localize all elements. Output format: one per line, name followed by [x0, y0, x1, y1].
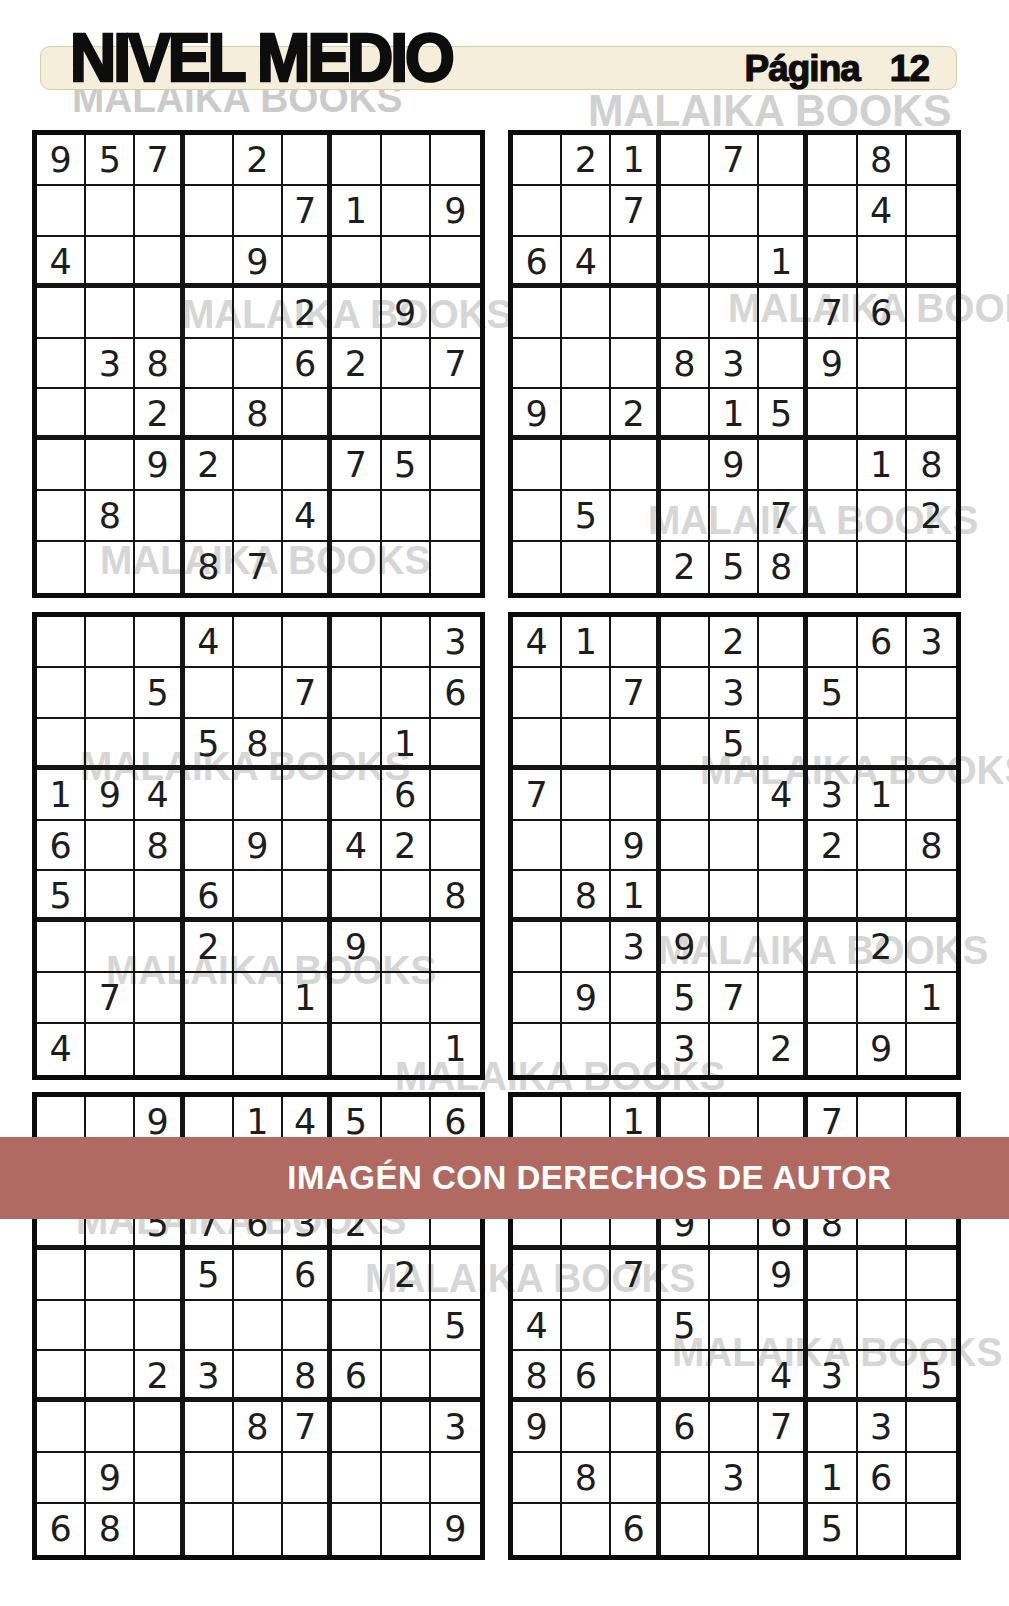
- sudoku-cell-r7c5: [710, 1402, 759, 1453]
- sudoku-cell-r5c3: [611, 1301, 660, 1352]
- sudoku-cell-r7c1: [37, 440, 86, 491]
- sudoku-cell-r8c8: 6: [858, 1453, 907, 1504]
- sudoku-cell-r8c4: [661, 1453, 710, 1504]
- sudoku-cell-r9c7: [808, 542, 857, 593]
- sudoku-cell-r2c7: 1: [332, 186, 381, 237]
- sudoku-cell-r3c5: 9: [234, 237, 283, 288]
- sudoku-cell-r6c8: [382, 1351, 431, 1402]
- sudoku-cell-r8c2: 9: [86, 1453, 135, 1504]
- sudoku-cell-r2c1: [513, 186, 562, 237]
- sudoku-cell-r9c8: [382, 542, 431, 593]
- sudoku-cell-r8c2: 9: [562, 973, 611, 1024]
- sudoku-cell-r5c2: [562, 821, 611, 872]
- sudoku-cell-r8c8: [382, 973, 431, 1024]
- sudoku-cell-r1c1: 4: [513, 617, 562, 668]
- sudoku-cell-r6c9: [907, 389, 956, 440]
- sudoku-cell-r9c6: [283, 1504, 332, 1555]
- sudoku-cell-r2c6: [759, 186, 808, 237]
- sudoku-cell-r6c1: 8: [513, 1351, 562, 1402]
- sudoku-cell-r9c3: 6: [611, 1504, 660, 1555]
- sudoku-cell-r6c6: [283, 871, 332, 922]
- sudoku-cell-r7c9: 8: [907, 440, 956, 491]
- sudoku-cell-r2c5: 3: [710, 668, 759, 719]
- sudoku-cell-r8c4: [185, 973, 234, 1024]
- sudoku-cell-r9c2: [562, 542, 611, 593]
- sudoku-cell-r6c7: [808, 871, 857, 922]
- sudoku-cell-r9c2: [86, 1024, 135, 1075]
- sudoku-cell-r2c1: [513, 668, 562, 719]
- sudoku-cell-r4c5: [710, 1250, 759, 1301]
- sudoku-cell-r2c8: [382, 668, 431, 719]
- sudoku-cell-r8c8: [382, 491, 431, 542]
- sudoku-cell-r2c2: [86, 668, 135, 719]
- sudoku-cell-r6c6: [283, 389, 332, 440]
- sudoku-cell-r6c5: [710, 871, 759, 922]
- sudoku-cell-r2c9: 6: [431, 668, 480, 719]
- sudoku-cell-r5c1: [513, 821, 562, 872]
- sudoku-cell-r9c9: [907, 1504, 956, 1555]
- sudoku-cell-r4c7: [808, 1250, 857, 1301]
- sudoku-cell-r8c9: [431, 491, 480, 542]
- sudoku-cell-r6c9: [431, 1351, 480, 1402]
- sudoku-cell-r7c5: 8: [234, 1402, 283, 1453]
- sudoku-cell-r8c9: [907, 1453, 956, 1504]
- sudoku-cell-r2c3: [135, 186, 184, 237]
- sudoku-cell-r6c9: 8: [431, 871, 480, 922]
- sudoku-cell-r3c8: [858, 719, 907, 770]
- sudoku-cell-r8c1: [37, 491, 86, 542]
- sudoku-cell-r9c6: [283, 1024, 332, 1075]
- sudoku-cell-r5c8: [858, 821, 907, 872]
- sudoku-cell-r3c6: [759, 719, 808, 770]
- sudoku-cell-r7c8: 5: [382, 440, 431, 491]
- sudoku-cell-r1c1: 9: [37, 135, 86, 186]
- sudoku-cell-r4c1: [37, 288, 86, 339]
- sudoku-cell-r7c1: [37, 1402, 86, 1453]
- sudoku-cell-r9c4: [185, 1024, 234, 1075]
- sudoku-cell-r3c8: [382, 237, 431, 288]
- sudoku-cell-r6c3: 1: [611, 871, 660, 922]
- sudoku-cell-r6c9: [907, 871, 956, 922]
- sudoku-cell-r9c3: [611, 1024, 660, 1075]
- sudoku-cell-r7c3: [135, 1402, 184, 1453]
- sudoku-cell-r5c7: 2: [808, 821, 857, 872]
- sudoku-cell-r3c7: [808, 719, 857, 770]
- sudoku-cell-r4c2: 9: [86, 770, 135, 821]
- sudoku-cell-r5c7: 4: [332, 821, 381, 872]
- sudoku-cell-r5c1: 6: [37, 821, 86, 872]
- sudoku-cell-r1c3: [611, 617, 660, 668]
- sudoku-cell-r4c7: [332, 1250, 381, 1301]
- sudoku-cell-r5c9: 5: [431, 1301, 480, 1352]
- sudoku-cell-r1c3: 7: [135, 135, 184, 186]
- sudoku-cell-r1c9: [907, 135, 956, 186]
- sudoku-cell-r8c5: [234, 973, 283, 1024]
- sudoku-cell-r6c8: [858, 389, 907, 440]
- sudoku-cell-r9c9: [907, 542, 956, 593]
- sudoku-cell-r9c5: [234, 1024, 283, 1075]
- sudoku-cell-r6c2: [86, 871, 135, 922]
- sudoku-cell-r1c2: 2: [562, 135, 611, 186]
- sudoku-cell-r2c5: [234, 186, 283, 237]
- sudoku-cell-r6c1: 5: [37, 871, 86, 922]
- sudoku-cell-r8c8: [858, 491, 907, 542]
- sudoku-cell-r8c3: [611, 1453, 660, 1504]
- sudoku-cell-r8c2: 8: [86, 491, 135, 542]
- sudoku-cell-r5c7: [332, 1301, 381, 1352]
- sudoku-cell-r5c8: [858, 1301, 907, 1352]
- sudoku-cell-r5c7: 2: [332, 339, 381, 390]
- sudoku-cell-r6c5: [710, 1351, 759, 1402]
- sudoku-cell-r5c3: [611, 339, 660, 390]
- sudoku-cell-r1c2: 1: [562, 617, 611, 668]
- sudoku-cell-r7c9: [907, 922, 956, 973]
- sudoku-cell-r3c4: [185, 237, 234, 288]
- sudoku-cell-r6c6: [759, 871, 808, 922]
- sudoku-cell-r5c8: [382, 339, 431, 390]
- sudoku-cell-r2c6: [759, 668, 808, 719]
- sudoku-cell-r5c3: 9: [611, 821, 660, 872]
- sudoku-cell-r7c6: 7: [283, 1402, 332, 1453]
- sudoku-cell-r7c6: 7: [759, 1402, 808, 1453]
- sudoku-cell-r3c1: 4: [37, 237, 86, 288]
- sudoku-cell-r5c8: [382, 1301, 431, 1352]
- sudoku-cell-r9c8: 9: [858, 1024, 907, 1075]
- sudoku-cell-r7c4: [185, 1402, 234, 1453]
- sudoku-cell-r1c6: [759, 135, 808, 186]
- sudoku-cell-r8c5: [710, 491, 759, 542]
- sudoku-cell-r8c5: [234, 1453, 283, 1504]
- sudoku-cell-r6c1: 9: [513, 389, 562, 440]
- sudoku-cell-r4c5: [234, 1250, 283, 1301]
- watermark-text: MALAIKA BOOKS: [588, 86, 952, 136]
- sudoku-cell-r1c5: 2: [710, 617, 759, 668]
- copyright-banner-text: IMAGÉN CON DERECHOS DE AUTOR: [287, 1159, 891, 1197]
- sudoku-cell-r7c3: [611, 1402, 660, 1453]
- sudoku-cell-r2c6: 7: [283, 186, 332, 237]
- sudoku-cell-r4c7: [332, 288, 381, 339]
- sudoku-cell-r5c9: [907, 339, 956, 390]
- sudoku-cell-r2c3: 7: [611, 186, 660, 237]
- sudoku-cell-r4c6: 4: [759, 770, 808, 821]
- sudoku-cell-r4c6: [759, 288, 808, 339]
- sudoku-cell-r9c6: 8: [759, 542, 808, 593]
- sudoku-cell-r9c5: [234, 1504, 283, 1555]
- sudoku-cell-r3c2: [86, 719, 135, 770]
- sudoku-cell-r4c5: [710, 770, 759, 821]
- sudoku-cell-r2c9: [907, 668, 956, 719]
- sudoku-cell-r1c5: 7: [710, 135, 759, 186]
- sudoku-cell-r6c2: [562, 389, 611, 440]
- sudoku-cell-r2c8: [382, 186, 431, 237]
- sudoku-cell-r7c1: [513, 922, 562, 973]
- sudoku-cell-r9c5: [710, 1024, 759, 1075]
- sudoku-cell-r4c7: 7: [808, 288, 857, 339]
- sudoku-cell-r1c4: [185, 135, 234, 186]
- puzzle-page: NIVEL MEDIO Página 12 957271949293862728…: [0, 0, 1009, 1606]
- sudoku-cell-r9c5: 5: [710, 542, 759, 593]
- sudoku-cell-r9c1: [513, 1024, 562, 1075]
- sudoku-cell-r6c2: [86, 389, 135, 440]
- sudoku-cell-r8c8: [382, 1453, 431, 1504]
- sudoku-cell-r4c6: [283, 770, 332, 821]
- sudoku-cell-r2c3: 5: [135, 668, 184, 719]
- sudoku-cell-r9c4: [661, 1504, 710, 1555]
- sudoku-cell-r5c1: [37, 1301, 86, 1352]
- sudoku-cell-r7c8: 2: [858, 922, 907, 973]
- sudoku-cell-r6c3: 2: [135, 1351, 184, 1402]
- sudoku-cell-r2c7: [332, 668, 381, 719]
- sudoku-cell-r4c7: 3: [808, 770, 857, 821]
- sudoku-cell-r4c5: [234, 770, 283, 821]
- sudoku-cell-r6c5: [234, 1351, 283, 1402]
- sudoku-cell-r6c4: [185, 389, 234, 440]
- page-number: Página 12: [745, 48, 929, 90]
- sudoku-cell-r8c3: [611, 973, 660, 1024]
- sudoku-cell-r2c7: [808, 186, 857, 237]
- sudoku-cell-r4c9: [907, 288, 956, 339]
- sudoku-cell-r5c3: 8: [135, 821, 184, 872]
- sudoku-cell-r3c7: [808, 237, 857, 288]
- page-number-value: 12: [890, 48, 929, 90]
- sudoku-cell-r7c2: [86, 922, 135, 973]
- sudoku-cell-r6c9: [431, 389, 480, 440]
- sudoku-cell-r5c6: [759, 1301, 808, 1352]
- sudoku-cell-r4c1: [513, 1250, 562, 1301]
- sudoku-grid-middle-left: 43576581194668942568297141: [32, 612, 485, 1080]
- sudoku-cell-r1c7: [808, 617, 857, 668]
- sudoku-cell-r5c9: [907, 1301, 956, 1352]
- sudoku-cell-r8c1: [513, 973, 562, 1024]
- sudoku-cell-r6c8: [382, 389, 431, 440]
- sudoku-cell-r2c4: [185, 186, 234, 237]
- sudoku-cell-r7c7: 9: [332, 922, 381, 973]
- sudoku-cell-r4c2: [86, 288, 135, 339]
- sudoku-cell-r7c8: 1: [858, 440, 907, 491]
- sudoku-cell-r7c8: [382, 922, 431, 973]
- sudoku-cell-r5c4: 8: [661, 339, 710, 390]
- sudoku-cell-r3c9: [431, 237, 480, 288]
- sudoku-cell-r7c6: [283, 440, 332, 491]
- sudoku-cell-r4c3: 4: [135, 770, 184, 821]
- sudoku-cell-r1c3: [135, 617, 184, 668]
- sudoku-cell-r2c2: [562, 186, 611, 237]
- sudoku-cell-r8c6: 7: [759, 491, 808, 542]
- sudoku-cell-r4c3: [135, 288, 184, 339]
- sudoku-cell-r5c6: [283, 821, 332, 872]
- sudoku-cell-r7c1: 9: [513, 1402, 562, 1453]
- sudoku-cell-r7c8: 3: [858, 1402, 907, 1453]
- sudoku-cell-r5c6: [283, 1301, 332, 1352]
- sudoku-cell-r4c6: 6: [283, 1250, 332, 1301]
- sudoku-cell-r7c3: 3: [611, 922, 660, 973]
- sudoku-cell-r6c7: [808, 389, 857, 440]
- sudoku-cell-r2c2: [562, 668, 611, 719]
- sudoku-cell-r9c7: 5: [808, 1504, 857, 1555]
- sudoku-cell-r8c4: [185, 1453, 234, 1504]
- sudoku-cell-r1c1: [513, 135, 562, 186]
- sudoku-cell-r4c2: [86, 1250, 135, 1301]
- sudoku-cell-r1c4: [661, 135, 710, 186]
- sudoku-cell-r2c9: [907, 186, 956, 237]
- sudoku-cell-r1c9: 3: [431, 617, 480, 668]
- sudoku-cell-r1c6: [283, 135, 332, 186]
- sudoku-cell-r5c9: 7: [431, 339, 480, 390]
- sudoku-cell-r6c4: [661, 389, 710, 440]
- sudoku-cell-r8c1: [37, 1453, 86, 1504]
- sudoku-cell-r4c8: 2: [382, 1250, 431, 1301]
- sudoku-cell-r5c1: [513, 339, 562, 390]
- sudoku-cell-r9c9: 9: [431, 1504, 480, 1555]
- sudoku-cell-r1c5: [234, 617, 283, 668]
- sudoku-cell-r1c2: 5: [86, 135, 135, 186]
- sudoku-cell-r8c7: [808, 973, 857, 1024]
- sudoku-cell-r7c5: 9: [710, 440, 759, 491]
- sudoku-cell-r9c1: 6: [37, 1504, 86, 1555]
- sudoku-cell-r6c8: [858, 1351, 907, 1402]
- sudoku-cell-r8c1: [513, 1453, 562, 1504]
- sudoku-cell-r9c4: 3: [661, 1024, 710, 1075]
- sudoku-cell-r8c3: [135, 491, 184, 542]
- sudoku-cell-r6c5: [234, 871, 283, 922]
- sudoku-cell-r9c7: [332, 1024, 381, 1075]
- sudoku-cell-r4c1: 7: [513, 770, 562, 821]
- sudoku-cell-r7c4: 2: [185, 440, 234, 491]
- sudoku-cell-r2c8: [858, 668, 907, 719]
- sudoku-cell-r3c3: [611, 237, 660, 288]
- sudoku-cell-r4c4: [661, 1250, 710, 1301]
- sudoku-cell-r6c1: [37, 1351, 86, 1402]
- sudoku-cell-r8c5: [234, 491, 283, 542]
- sudoku-cell-r7c5: [710, 922, 759, 973]
- sudoku-cell-r2c7: 5: [808, 668, 857, 719]
- sudoku-cell-r6c3: [611, 1351, 660, 1402]
- sudoku-cell-r5c6: [759, 821, 808, 872]
- sudoku-cell-r6c5: 8: [234, 389, 283, 440]
- sudoku-cell-r4c3: [611, 288, 660, 339]
- sudoku-cell-r6c4: [661, 871, 710, 922]
- sudoku-cell-r9c5: [710, 1504, 759, 1555]
- sudoku-cell-r6c9: 5: [907, 1351, 956, 1402]
- sudoku-cell-r8c7: [332, 1453, 381, 1504]
- sudoku-cell-r4c9: [431, 1250, 480, 1301]
- sudoku-cell-r4c1: [37, 1250, 86, 1301]
- sudoku-cell-r3c6: [283, 719, 332, 770]
- sudoku-cell-r3c1: [37, 719, 86, 770]
- sudoku-cell-r7c4: 9: [661, 922, 710, 973]
- sudoku-cell-r8c2: 7: [86, 973, 135, 1024]
- sudoku-cell-r3c2: 4: [562, 237, 611, 288]
- sudoku-cell-r9c8: [382, 1504, 431, 1555]
- sudoku-cell-r3c4: [661, 237, 710, 288]
- sudoku-cell-r5c4: 5: [661, 1301, 710, 1352]
- sudoku-cell-r8c5: 7: [710, 973, 759, 1024]
- sudoku-cell-r4c5: [710, 288, 759, 339]
- page-label: Página: [745, 48, 860, 90]
- sudoku-cell-r6c7: 6: [332, 1351, 381, 1402]
- sudoku-cell-r9c7: [808, 1024, 857, 1075]
- sudoku-cell-r6c4: 3: [185, 1351, 234, 1402]
- sudoku-cell-r5c8: 2: [382, 821, 431, 872]
- sudoku-cell-r8c3: [135, 1453, 184, 1504]
- sudoku-cell-r5c4: [661, 821, 710, 872]
- sudoku-cell-r1c8: 8: [858, 135, 907, 186]
- sudoku-cell-r9c9: [431, 542, 480, 593]
- sudoku-cell-r3c9: [907, 237, 956, 288]
- sudoku-cell-r8c6: 1: [283, 973, 332, 1024]
- sudoku-cell-r1c4: 4: [185, 617, 234, 668]
- sudoku-cell-r5c5: [234, 1301, 283, 1352]
- sudoku-cell-r4c2: [562, 770, 611, 821]
- sudoku-cell-r6c2: [86, 1351, 135, 1402]
- sudoku-cell-r4c6: 2: [283, 288, 332, 339]
- sudoku-cell-r9c8: [382, 1024, 431, 1075]
- sudoku-cell-r7c5: [234, 440, 283, 491]
- sudoku-cell-r6c6: 5: [759, 389, 808, 440]
- sudoku-cell-r3c6: [283, 237, 332, 288]
- sudoku-cell-r4c9: [431, 770, 480, 821]
- sudoku-cell-r8c2: 5: [562, 491, 611, 542]
- sudoku-cell-r3c3: [135, 719, 184, 770]
- sudoku-cell-r5c5: 9: [234, 821, 283, 872]
- sudoku-cell-r7c5: [234, 922, 283, 973]
- sudoku-cell-r1c6: [283, 617, 332, 668]
- sudoku-cell-r5c1: 4: [513, 1301, 562, 1352]
- sudoku-cell-r6c2: 8: [562, 871, 611, 922]
- sudoku-cell-r9c9: [907, 1024, 956, 1075]
- sudoku-cell-r6c7: [332, 389, 381, 440]
- sudoku-cell-r4c9: [431, 288, 480, 339]
- sudoku-cell-r1c7: [332, 617, 381, 668]
- sudoku-cell-r6c6: 4: [759, 1351, 808, 1402]
- sudoku-cell-r9c4: 2: [661, 542, 710, 593]
- sudoku-cell-r7c7: [808, 1402, 857, 1453]
- sudoku-cell-r8c6: [759, 973, 808, 1024]
- sudoku-cell-r7c2: [86, 440, 135, 491]
- sudoku-cell-r3c7: [332, 719, 381, 770]
- sudoku-grid-middle-right: 4126373557431928813929571329: [508, 612, 961, 1080]
- sudoku-cell-r8c1: [37, 973, 86, 1024]
- copyright-banner: IMAGÉN CON DERECHOS DE AUTOR: [0, 1137, 1009, 1219]
- sudoku-cell-r6c5: 1: [710, 389, 759, 440]
- sudoku-cell-r5c6: 6: [283, 339, 332, 390]
- sudoku-cell-r3c5: 5: [710, 719, 759, 770]
- sudoku-cell-r1c7: [808, 135, 857, 186]
- sudoku-cell-r2c4: [661, 668, 710, 719]
- sudoku-cell-r1c1: [37, 617, 86, 668]
- sudoku-cell-r2c1: [37, 186, 86, 237]
- sudoku-cell-r9c6: 2: [759, 1024, 808, 1075]
- sudoku-cell-r7c2: [562, 922, 611, 973]
- sudoku-cell-r5c2: [86, 821, 135, 872]
- sudoku-cell-r7c2: [562, 1402, 611, 1453]
- sudoku-cell-r9c1: [37, 542, 86, 593]
- sudoku-cell-r9c2: [86, 542, 135, 593]
- sudoku-cell-r7c9: [907, 1402, 956, 1453]
- sudoku-cell-r7c4: 6: [661, 1402, 710, 1453]
- sudoku-cell-r5c5: [234, 339, 283, 390]
- sudoku-cell-r3c8: [858, 237, 907, 288]
- sudoku-cell-r5c9: [431, 821, 480, 872]
- sudoku-cell-r8c9: 2: [907, 491, 956, 542]
- sudoku-cell-r4c3: [611, 770, 660, 821]
- sudoku-cell-r6c4: 6: [185, 871, 234, 922]
- sudoku-cell-r4c4: [661, 288, 710, 339]
- sudoku-cell-r8c3: [135, 973, 184, 1024]
- sudoku-cell-r9c3: [135, 542, 184, 593]
- sudoku-cell-r3c3: [135, 237, 184, 288]
- sudoku-cell-r6c7: [332, 871, 381, 922]
